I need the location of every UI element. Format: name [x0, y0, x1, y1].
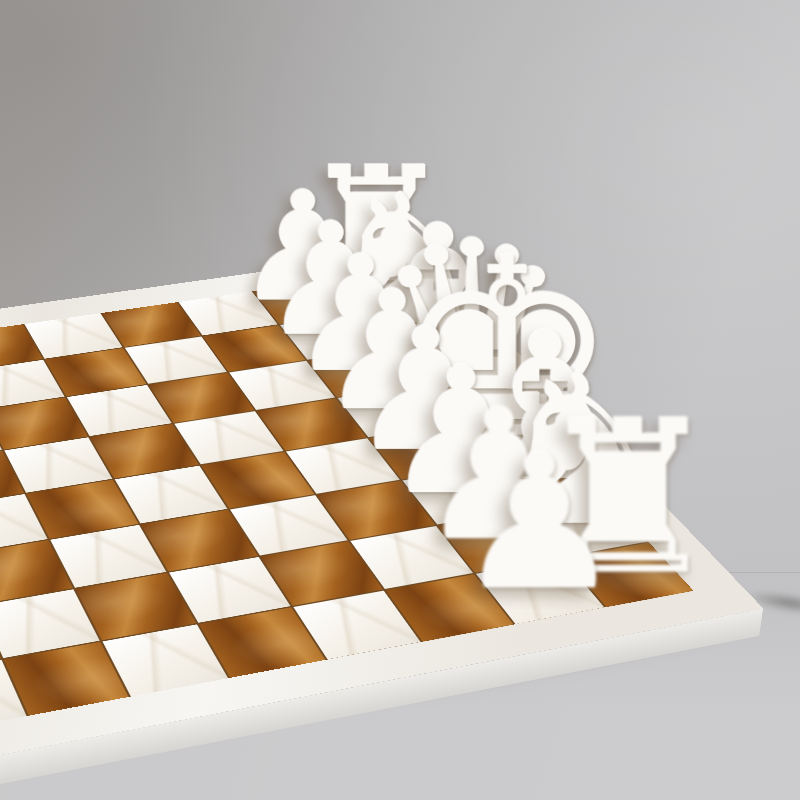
square-f7 — [0, 540, 73, 604]
photo-scene: ♟♜♟♞♟♝♟♛♟♚♟♝♟♞♟♜ — [0, 0, 800, 800]
square-h1: ♜ — [564, 543, 693, 608]
square-f2: ♟ — [402, 467, 521, 525]
